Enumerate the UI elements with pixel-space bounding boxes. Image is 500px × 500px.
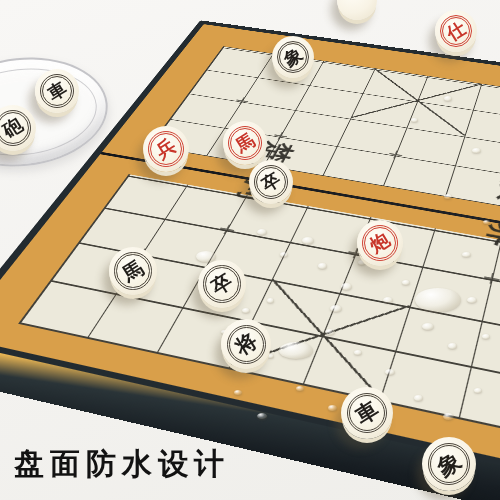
water-droplet	[318, 263, 327, 269]
water-droplet	[267, 298, 274, 303]
piece-character: 卒	[251, 162, 290, 201]
water-droplet	[474, 388, 482, 393]
water-droplet	[279, 342, 313, 359]
water-droplet	[330, 305, 342, 312]
xiangqi-piece-象[interactable]: 象	[422, 437, 476, 491]
xiangqi-piece-炮[interactable]: 炮	[357, 220, 403, 266]
water-droplet	[328, 405, 337, 411]
xiangqi-piece-卒[interactable]: 卒	[249, 160, 293, 204]
piece-character: 車	[37, 71, 76, 110]
red-piece-ring: 炮	[362, 225, 398, 261]
water-droplet	[302, 237, 314, 244]
piece-character: 将	[223, 321, 268, 366]
position-marker	[272, 131, 289, 140]
black-piece-ring: 象	[277, 41, 310, 74]
water-droplet	[444, 96, 452, 101]
red-piece-ring: 兵	[148, 131, 184, 167]
xiangqi-piece-象[interactable]: 象	[272, 36, 314, 78]
xiangqi-piece-車[interactable]: 車	[341, 387, 393, 439]
water-droplet	[385, 369, 395, 375]
piece-character: 車	[343, 389, 391, 437]
water-droplet	[280, 252, 288, 257]
piece-character: 象	[424, 439, 474, 489]
position-marker	[388, 150, 404, 160]
red-piece-ring: 仕	[440, 15, 473, 48]
water-droplet	[462, 252, 471, 257]
water-droplet	[444, 194, 452, 199]
xiangqi-piece-将[interactable]: 将	[221, 319, 271, 369]
piece-character: 砲	[0, 107, 34, 148]
piece-character: 馬	[225, 123, 264, 162]
water-droplet	[448, 343, 457, 349]
xiangqi-piece-unknown[interactable]	[337, 0, 377, 20]
xiangqi-piece-馬[interactable]: 馬	[109, 247, 157, 295]
black-piece-ring: 砲	[0, 110, 31, 146]
water-droplet	[483, 220, 490, 224]
piece-character: 炮	[359, 222, 400, 263]
black-piece-ring: 馬	[114, 252, 151, 289]
black-piece-ring: 車	[347, 393, 388, 434]
water-droplet	[257, 413, 267, 419]
water-droplet	[422, 323, 434, 330]
water-droplet	[414, 395, 423, 401]
water-droplet	[234, 390, 242, 395]
river-label-right: 汉界	[469, 177, 500, 276]
piece-character: 馬	[111, 249, 154, 292]
black-piece-ring: 卒	[254, 165, 288, 199]
piece-character: 象	[275, 39, 312, 76]
position-marker	[234, 97, 250, 106]
xiangqi-piece-卒[interactable]: 卒	[198, 260, 246, 308]
water-droplet	[443, 413, 454, 420]
position-marker	[483, 272, 500, 285]
xiangqi-piece-兵[interactable]: 兵	[143, 126, 189, 172]
water-droplet	[296, 386, 304, 391]
position-marker	[218, 223, 237, 235]
scene: 楚河 汉界 車砲象仕兵馬卒炮馬卒将車象 盘面防水设计	[0, 0, 500, 500]
water-droplet	[411, 118, 418, 122]
water-droplet	[383, 297, 393, 303]
xiangqi-piece-仕[interactable]: 仕	[435, 10, 477, 52]
water-droplet	[415, 288, 461, 312]
water-droplet	[196, 251, 216, 262]
xiangqi-piece-車[interactable]: 車	[35, 69, 79, 113]
water-droplet	[402, 280, 410, 285]
water-droplet	[242, 308, 250, 313]
water-droplet	[257, 229, 267, 235]
black-piece-ring: 象	[428, 443, 470, 485]
black-piece-ring: 車	[40, 74, 74, 108]
palace-far	[351, 69, 482, 136]
caption-text: 盘面防水设计	[14, 444, 230, 485]
water-droplet	[467, 297, 477, 303]
piece-character: 兵	[145, 128, 186, 169]
river-band: 楚河 汉界	[128, 146, 500, 265]
water-droplet	[472, 148, 481, 153]
piece-character: 卒	[200, 262, 243, 305]
water-droplet	[482, 334, 490, 339]
red-piece-ring: 馬	[228, 126, 262, 160]
water-droplet	[325, 329, 335, 335]
black-piece-ring: 将	[227, 325, 266, 364]
xiangqi-piece-馬[interactable]: 馬	[223, 121, 267, 165]
piece-character: 仕	[438, 13, 475, 50]
water-droplet	[341, 283, 352, 290]
water-droplet	[354, 350, 362, 355]
black-piece-ring: 卒	[203, 265, 240, 302]
